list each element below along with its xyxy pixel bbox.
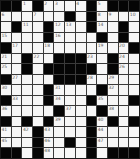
clue-number: 32 <box>108 85 114 90</box>
blocked-cell <box>119 1 129 11</box>
clue-number: 35 <box>98 96 104 101</box>
crossword-page: 1234567891011121314151617181920212223242… <box>0 0 140 159</box>
clue-number: 10 <box>130 12 136 17</box>
grid-cell[interactable] <box>33 22 43 32</box>
blocked-cell <box>44 96 54 106</box>
grid-cell[interactable] <box>33 33 43 43</box>
grid-cell[interactable] <box>22 148 32 158</box>
grid-cell[interactable]: 40 <box>97 117 107 127</box>
grid-cell[interactable] <box>129 106 139 116</box>
clue-number: 2 <box>44 1 47 6</box>
grid-cell[interactable] <box>119 117 129 127</box>
blocked-cell <box>1 148 11 158</box>
blocked-cell <box>76 54 86 64</box>
clue-number: 30 <box>2 85 8 90</box>
blocked-cell <box>54 54 64 64</box>
clue-number: 1 <box>23 1 26 6</box>
blocked-cell <box>108 54 118 64</box>
grid-cell[interactable]: 16 <box>54 33 64 43</box>
grid-cell[interactable] <box>1 22 11 32</box>
grid-cell[interactable]: 31 <box>54 85 64 95</box>
clue-number: 14 <box>98 22 104 27</box>
grid-cell[interactable]: 37 <box>65 106 75 116</box>
grid-cell[interactable] <box>33 96 43 106</box>
clue-number: 29 <box>108 75 114 80</box>
grid-cell[interactable] <box>33 75 43 85</box>
blocked-cell <box>22 64 32 74</box>
grid-cell[interactable] <box>44 106 54 116</box>
clue-number: 46 <box>44 138 50 143</box>
grid-cell[interactable]: 27 <box>12 75 22 85</box>
grid-cell[interactable]: 45 <box>1 138 11 148</box>
blocked-cell <box>129 1 139 11</box>
grid-cell[interactable] <box>76 85 86 95</box>
grid-cell[interactable]: 46 <box>44 138 54 148</box>
grid-cell[interactable] <box>76 33 86 43</box>
blocked-cell <box>33 127 43 137</box>
grid-cell[interactable]: 9 <box>108 12 118 22</box>
grid-cell[interactable]: 15 <box>1 33 11 43</box>
blocked-cell <box>87 117 97 127</box>
blocked-cell <box>33 138 43 148</box>
grid-cell[interactable] <box>108 33 118 43</box>
grid-cell[interactable] <box>65 127 75 137</box>
grid-cell[interactable] <box>87 106 97 116</box>
clue-number: 22 <box>34 54 40 59</box>
grid-cell[interactable]: 39 <box>54 117 64 127</box>
crossword-grid: 1234567891011121314151617181920212223242… <box>0 0 140 159</box>
grid-cell[interactable]: 47 <box>97 138 107 148</box>
grid-cell[interactable] <box>12 33 22 43</box>
grid-cell[interactable]: 44 <box>97 127 107 137</box>
blocked-cell <box>65 64 75 74</box>
clue-number: 45 <box>2 138 8 143</box>
clue-number: 6 <box>2 12 5 17</box>
blocked-cell <box>108 148 118 158</box>
grid-cell[interactable]: 12 <box>54 22 64 32</box>
grid-cell[interactable] <box>119 85 129 95</box>
grid-cell[interactable] <box>76 96 86 106</box>
blocked-cell <box>1 43 11 53</box>
grid-cell[interactable] <box>22 85 32 95</box>
grid-cell[interactable] <box>108 22 118 32</box>
grid-cell[interactable]: 6 <box>1 12 11 22</box>
blocked-cell <box>129 96 139 106</box>
grid-cell[interactable] <box>65 96 75 106</box>
blocked-cell <box>1 1 11 11</box>
blocked-cell <box>76 75 86 85</box>
grid-cell[interactable] <box>65 43 75 53</box>
blocked-cell <box>65 75 75 85</box>
clue-number: 44 <box>98 127 104 132</box>
grid-cell[interactable]: 22 <box>33 54 43 64</box>
grid-cell[interactable] <box>54 12 64 22</box>
grid-cell[interactable]: 29 <box>108 75 118 85</box>
clue-number: 36 <box>2 106 8 111</box>
blocked-cell <box>54 75 64 85</box>
grid-cell[interactable]: 3 <box>54 1 64 11</box>
grid-cell[interactable]: 23 <box>87 54 97 64</box>
grid-cell[interactable]: 14 <box>97 22 107 32</box>
blocked-cell <box>65 12 75 22</box>
blocked-cell <box>87 12 97 22</box>
grid-cell[interactable]: 30 <box>1 85 11 95</box>
clue-number: 25 <box>2 64 8 69</box>
blocked-cell <box>129 148 139 158</box>
grid-cell[interactable] <box>108 138 118 148</box>
clue-number: 7 <box>34 12 37 17</box>
grid-cell[interactable] <box>12 127 22 137</box>
grid-cell[interactable]: 8 <box>97 12 107 22</box>
grid-cell[interactable] <box>22 96 32 106</box>
grid-cell[interactable] <box>33 106 43 116</box>
blocked-cell <box>54 64 64 74</box>
grid-cell[interactable] <box>76 138 86 148</box>
clue-number: 38 <box>108 106 114 111</box>
blocked-cell <box>12 148 22 158</box>
grid-cell[interactable] <box>119 12 129 22</box>
grid-cell[interactable] <box>22 138 32 148</box>
clue-number: 41 <box>2 127 8 132</box>
grid-cell[interactable] <box>22 33 32 43</box>
clue-number: 27 <box>12 75 18 80</box>
grid-cell[interactable]: 4 <box>76 1 86 11</box>
blocked-cell <box>87 127 97 137</box>
grid-cell[interactable] <box>44 12 54 22</box>
grid-cell[interactable] <box>129 127 139 137</box>
clue-number: 4 <box>76 1 79 6</box>
clue-number: 19 <box>98 43 104 48</box>
grid-cell[interactable]: 28 <box>87 75 97 85</box>
grid-cell[interactable] <box>65 85 75 95</box>
grid-cell[interactable]: 13 <box>65 22 75 32</box>
grid-cell[interactable]: 41 <box>1 127 11 137</box>
grid-cell[interactable]: 11 <box>22 22 32 32</box>
blocked-cell <box>44 117 54 127</box>
grid-cell[interactable] <box>33 117 43 127</box>
grid-cell[interactable] <box>76 12 86 22</box>
clue-number: 16 <box>55 33 61 38</box>
blocked-cell <box>22 117 32 127</box>
grid-cell[interactable]: 36 <box>1 106 11 116</box>
grid-cell[interactable] <box>76 22 86 32</box>
grid-cell[interactable] <box>44 54 54 64</box>
grid-cell[interactable]: 7 <box>33 12 43 22</box>
grid-cell[interactable] <box>119 138 129 148</box>
blocked-cell <box>129 43 139 53</box>
clue-number: 20 <box>119 43 125 48</box>
grid-cell[interactable]: 5 <box>97 1 107 11</box>
grid-cell[interactable]: 32 <box>108 85 118 95</box>
blocked-cell <box>1 75 11 85</box>
blocked-cell <box>97 106 107 116</box>
grid-cell[interactable]: 21 <box>1 54 11 64</box>
grid-cell[interactable]: 19 <box>97 43 107 53</box>
blocked-cell <box>65 138 75 148</box>
clue-number: 33 <box>12 96 18 101</box>
grid-cell[interactable]: 26 <box>119 64 129 74</box>
grid-cell[interactable] <box>12 138 22 148</box>
blocked-cell <box>65 54 75 64</box>
clue-number: 17 <box>12 43 18 48</box>
clue-number: 11 <box>23 22 29 27</box>
blocked-cell <box>87 138 97 148</box>
grid-cell[interactable] <box>22 106 32 116</box>
grid-cell[interactable] <box>129 54 139 64</box>
grid-cell[interactable] <box>119 127 129 137</box>
grid-cell[interactable] <box>22 12 32 22</box>
grid-cell[interactable] <box>12 117 22 127</box>
blocked-cell <box>87 64 97 74</box>
grid-cell[interactable] <box>33 43 43 53</box>
clue-number: 5 <box>98 1 101 6</box>
blocked-cell <box>1 96 11 106</box>
clue-number: 24 <box>119 54 125 59</box>
blocked-cell <box>44 22 54 32</box>
blocked-cell <box>119 22 129 32</box>
grid-cell[interactable] <box>76 117 86 127</box>
blocked-cell <box>87 1 97 11</box>
blocked-cell <box>44 85 54 95</box>
grid-cell[interactable] <box>65 1 75 11</box>
grid-cell[interactable] <box>108 43 118 53</box>
blocked-cell <box>129 117 139 127</box>
clue-number: 48 <box>44 148 50 153</box>
clue-number: 3 <box>55 1 58 6</box>
grid-cell[interactable]: 42 <box>22 127 32 137</box>
grid-cell[interactable] <box>129 33 139 43</box>
grid-cell[interactable]: 43 <box>44 127 54 137</box>
clue-number: 12 <box>55 22 61 27</box>
clue-number: 23 <box>87 54 93 59</box>
clue-number: 15 <box>2 33 8 38</box>
blocked-cell <box>108 64 118 74</box>
grid-cell[interactable] <box>76 106 86 116</box>
grid-cell[interactable]: 2 <box>44 1 54 11</box>
grid-cell[interactable] <box>97 148 107 158</box>
grid-cell[interactable] <box>44 75 54 85</box>
grid-cell[interactable] <box>54 148 64 158</box>
grid-cell[interactable] <box>119 96 129 106</box>
clue-number: 13 <box>66 22 72 27</box>
clue-number: 40 <box>98 117 104 122</box>
grid-cell[interactable] <box>12 85 22 95</box>
grid-cell[interactable] <box>108 127 118 137</box>
blocked-cell <box>22 54 32 64</box>
grid-cell[interactable] <box>12 12 22 22</box>
grid-cell[interactable] <box>54 127 64 137</box>
grid-cell[interactable] <box>22 75 32 85</box>
grid-cell[interactable] <box>12 54 22 64</box>
grid-cell[interactable] <box>87 33 97 43</box>
grid-cell[interactable]: 33 <box>12 96 22 106</box>
grid-cell[interactable] <box>119 75 129 85</box>
clue-number: 8 <box>98 12 101 17</box>
clue-number: 43 <box>44 127 50 132</box>
grid-cell[interactable]: 34 <box>54 96 64 106</box>
blocked-cell <box>76 64 86 74</box>
grid-cell[interactable] <box>97 54 107 64</box>
grid-cell[interactable]: 24 <box>119 54 129 64</box>
clue-number: 47 <box>98 138 104 143</box>
grid-cell[interactable] <box>129 22 139 32</box>
blocked-cell <box>87 22 97 32</box>
grid-cell[interactable] <box>87 43 97 53</box>
blocked-cell <box>54 106 64 116</box>
blocked-cell <box>108 1 118 11</box>
blocked-cell <box>97 85 107 95</box>
grid-cell[interactable]: 48 <box>44 148 54 158</box>
grid-cell[interactable]: 17 <box>12 43 22 53</box>
blocked-cell <box>119 33 129 43</box>
grid-cell[interactable] <box>12 64 22 74</box>
blocked-cell <box>44 33 54 43</box>
clue-number: 26 <box>119 64 125 69</box>
blocked-cell <box>108 117 118 127</box>
grid-cell[interactable] <box>97 64 107 74</box>
grid-cell[interactable] <box>22 43 32 53</box>
grid-cell[interactable] <box>65 117 75 127</box>
clue-number: 34 <box>55 96 61 101</box>
grid-cell[interactable] <box>54 43 64 53</box>
clue-number: 39 <box>55 117 61 122</box>
blocked-cell <box>33 148 43 158</box>
grid-cell[interactable] <box>12 106 22 116</box>
grid-cell[interactable] <box>54 138 64 148</box>
blocked-cell <box>87 148 97 158</box>
grid-cell[interactable]: 1 <box>22 1 32 11</box>
grid-cell[interactable] <box>108 96 118 106</box>
clue-number: 21 <box>2 54 8 59</box>
grid-cell[interactable] <box>97 75 107 85</box>
grid-cell[interactable] <box>129 138 139 148</box>
blocked-cell <box>12 1 22 11</box>
clue-number: 42 <box>23 127 29 132</box>
grid-cell[interactable]: 25 <box>1 64 11 74</box>
grid-cell[interactable] <box>119 106 129 116</box>
clue-number: 28 <box>87 75 93 80</box>
grid-cell[interactable] <box>65 33 75 43</box>
grid-cell[interactable]: 38 <box>108 106 118 116</box>
grid-cell[interactable] <box>33 85 43 95</box>
grid-cell[interactable]: 20 <box>119 43 129 53</box>
grid-cell[interactable] <box>33 64 43 74</box>
blocked-cell <box>33 1 43 11</box>
grid-cell[interactable]: 10 <box>129 12 139 22</box>
grid-cell[interactable] <box>129 75 139 85</box>
grid-cell[interactable]: 35 <box>97 96 107 106</box>
grid-cell[interactable]: 18 <box>44 43 54 53</box>
blocked-cell <box>1 117 11 127</box>
blocked-cell <box>119 148 129 158</box>
blocked-cell <box>44 64 54 74</box>
clue-number: 9 <box>108 12 111 17</box>
blocked-cell <box>12 22 22 32</box>
grid-cell[interactable] <box>76 148 86 158</box>
blocked-cell <box>97 33 107 43</box>
blocked-cell <box>87 96 97 106</box>
clue-number: 37 <box>66 106 72 111</box>
grid-cell[interactable] <box>76 127 86 137</box>
clue-number: 31 <box>55 85 61 90</box>
grid-cell[interactable] <box>76 43 86 53</box>
clue-number: 18 <box>44 43 50 48</box>
grid-cell[interactable] <box>65 148 75 158</box>
grid-cell[interactable] <box>87 85 97 95</box>
grid-cell[interactable] <box>129 64 139 74</box>
grid-cell[interactable] <box>129 85 139 95</box>
